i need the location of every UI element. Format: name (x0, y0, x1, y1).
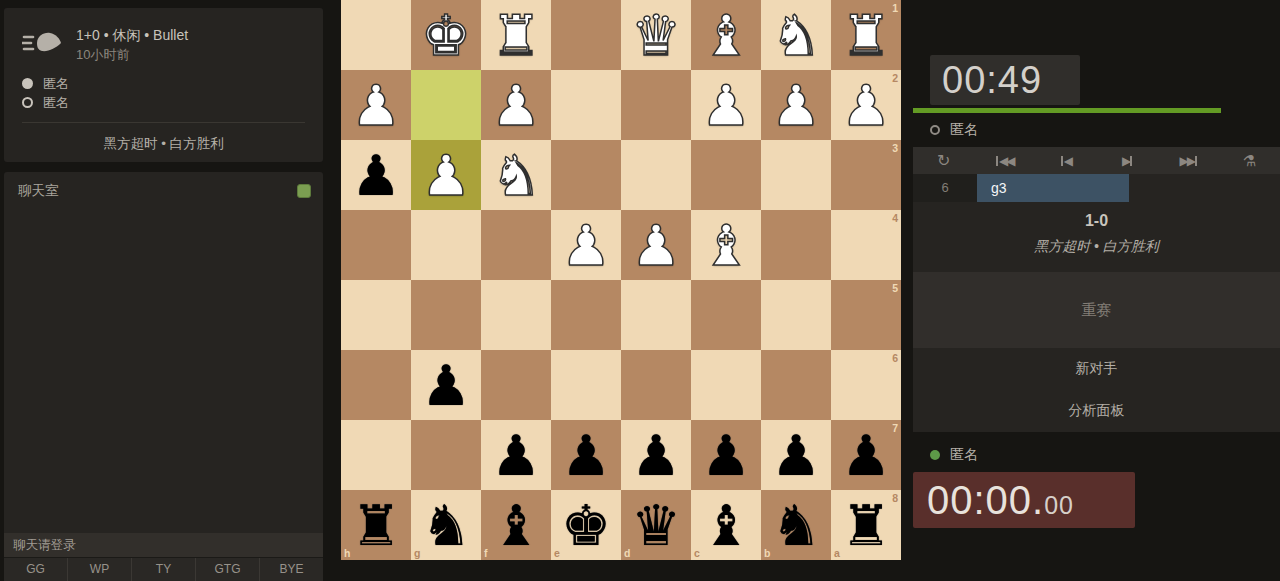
result-block: 1-0 黑方超时 • 白方胜利 (913, 202, 1280, 272)
square-g1[interactable]: ♚ (411, 0, 481, 70)
black-rook: ♜ (341, 490, 411, 560)
online-status-icon (930, 450, 940, 460)
square-f7[interactable]: ♟ (481, 420, 551, 490)
square-b7[interactable]: ♟ (761, 420, 831, 490)
square-e4[interactable]: ♟ (551, 210, 621, 280)
square-e7[interactable]: ♟ (551, 420, 621, 490)
white-rook: ♜ (831, 0, 901, 70)
black-player-name: 匿名 (43, 94, 69, 112)
rank-label-8: 8 (892, 492, 898, 504)
chat-preset-gg[interactable]: GG (4, 558, 68, 581)
chess-board: ♚♜♛♝♞♜1♟♟♟♟♟2♟♟♞3♟♟♝45♟6♟♟♟♟♟♟7♜h♞g♝f♚e♛… (341, 0, 901, 560)
square-b3[interactable] (761, 140, 831, 210)
square-e8[interactable]: ♚e (551, 490, 621, 560)
result-description: 黑方超时 • 白方胜利 (913, 230, 1280, 256)
black-clock: 00:00.00 (913, 472, 1135, 528)
file-label-e: e (554, 547, 560, 559)
white-pawn: ♟ (621, 210, 691, 280)
top-player-name: 匿名 (950, 121, 978, 139)
white-knight: ♞ (761, 0, 831, 70)
white-player-row[interactable]: 匿名 (22, 74, 323, 93)
white-pawn: ♟ (761, 70, 831, 140)
white-color-icon (22, 78, 33, 89)
square-h4[interactable] (341, 210, 411, 280)
black-bishop: ♝ (481, 490, 551, 560)
chat-message-list (4, 206, 323, 533)
chat-toggle[interactable] (297, 184, 311, 198)
chat-preset-bar: GG WP TY GTG BYE (4, 557, 323, 581)
chat-preset-ty[interactable]: TY (132, 558, 196, 581)
white-knight: ♞ (481, 140, 551, 210)
black-pawn: ♟ (831, 420, 901, 490)
offline-status-icon (930, 125, 940, 135)
square-e5[interactable] (551, 280, 621, 350)
game-meta-header: 1+0 • 休闲 • Bullet 10小时前 (4, 8, 323, 64)
chat-preset-wp[interactable]: WP (68, 558, 132, 581)
square-a8[interactable]: ♜8a (831, 490, 901, 560)
white-clock: 00:49 (930, 55, 1080, 105)
square-h6[interactable] (341, 350, 411, 420)
last-move-button[interactable]: ▶▶ (1158, 147, 1219, 174)
black-pawn: ♟ (341, 140, 411, 210)
square-g6[interactable]: ♟ (411, 350, 481, 420)
square-f6[interactable] (481, 350, 551, 420)
square-a5[interactable]: 5 (831, 280, 901, 350)
square-f5[interactable] (481, 280, 551, 350)
square-d8[interactable]: ♛d (621, 490, 691, 560)
prev-move-button[interactable]: ◀ (1035, 147, 1096, 174)
move-list: 6 g3 (913, 174, 1280, 202)
square-g8[interactable]: ♞g (411, 490, 481, 560)
game-time-ago: 10小时前 (76, 45, 188, 64)
black-pawn: ♟ (761, 420, 831, 490)
move-number: 6 (913, 174, 977, 202)
square-b5[interactable] (761, 280, 831, 350)
file-label-a: a (834, 547, 840, 559)
new-opponent-button[interactable]: 新对手 (913, 348, 1280, 390)
white-pawn: ♟ (551, 210, 621, 280)
analysis-board-button[interactable]: 分析面板 (913, 390, 1280, 432)
bullet-icon (22, 28, 62, 58)
square-b2[interactable]: ♟ (761, 70, 831, 140)
square-b1[interactable]: ♞ (761, 0, 831, 70)
followup-actions: 新对手 分析面板 (913, 348, 1280, 432)
time-control-label: 1+0 • 休闲 • Bullet (76, 26, 188, 45)
black-player-row[interactable]: 匿名 (22, 93, 323, 112)
chat-title: 聊天室 (18, 182, 59, 200)
game-meta-panel: 1+0 • 休闲 • Bullet 10小时前 匿名 匿名 黑方超时 • 白方胜… (4, 8, 323, 162)
rank-label-4: 4 (892, 212, 898, 224)
chat-preset-gtg[interactable]: GTG (196, 558, 260, 581)
file-label-g: g (414, 547, 420, 559)
square-a6[interactable]: 6 (831, 350, 901, 420)
chat-preset-bye[interactable]: BYE (260, 558, 323, 581)
chat-login-prompt: 聊天请登录 (4, 533, 323, 557)
square-g2[interactable] (411, 70, 481, 140)
white-pawn: ♟ (691, 70, 761, 140)
white-bishop: ♝ (691, 0, 761, 70)
white-bishop: ♝ (691, 210, 761, 280)
top-player-row[interactable]: 匿名 (913, 117, 1280, 143)
rank-label-1: 1 (892, 2, 898, 14)
black-queen: ♛ (621, 490, 691, 560)
analysis-icon[interactable]: ⚗ (1219, 147, 1280, 174)
square-b8[interactable]: ♞b (761, 490, 831, 560)
rank-label-2: 2 (892, 72, 898, 84)
black-pawn: ♟ (691, 420, 761, 490)
white-player-name: 匿名 (43, 75, 69, 93)
square-g4[interactable] (411, 210, 481, 280)
square-d6[interactable] (621, 350, 691, 420)
next-move-button[interactable]: ▶ (1097, 147, 1158, 174)
game-side-panel: 00:49 匿名 ↻ ◀◀ ◀ ▶ ▶▶ ⚗ 6 g3 1-0 黑方超时 • 白… (913, 0, 1280, 581)
square-a1[interactable]: ♜1 (831, 0, 901, 70)
square-d7[interactable]: ♟ (621, 420, 691, 490)
square-h8[interactable]: ♜h (341, 490, 411, 560)
rematch-button[interactable]: 重赛 (913, 272, 1280, 348)
black-rook: ♜ (831, 490, 901, 560)
square-b6[interactable] (761, 350, 831, 420)
file-label-f: f (484, 547, 488, 559)
black-knight: ♞ (411, 490, 481, 560)
file-label-c: c (694, 547, 700, 559)
flip-board-icon[interactable]: ↻ (913, 147, 974, 174)
file-label-d: d (624, 547, 630, 559)
square-e3[interactable] (551, 140, 621, 210)
white-king: ♚ (411, 0, 481, 70)
square-h2[interactable]: ♟ (341, 70, 411, 140)
square-g5[interactable] (411, 280, 481, 350)
square-e6[interactable] (551, 350, 621, 420)
white-pawn: ♟ (831, 70, 901, 140)
file-label-b: b (764, 547, 770, 559)
square-h3[interactable]: ♟ (341, 140, 411, 210)
black-pawn: ♟ (551, 420, 621, 490)
result-score: 1-0 (913, 202, 1280, 230)
square-h5[interactable] (341, 280, 411, 350)
square-c4[interactable]: ♝ (691, 210, 761, 280)
chat-panel: 聊天室 聊天请登录 GG WP TY GTG BYE (4, 172, 323, 581)
square-f2[interactable]: ♟ (481, 70, 551, 140)
white-queen: ♛ (621, 0, 691, 70)
game-result-text: 黑方超时 • 白方胜利 (4, 123, 323, 153)
square-a7[interactable]: ♟7 (831, 420, 901, 490)
square-g7[interactable] (411, 420, 481, 490)
square-f1[interactable]: ♜ (481, 0, 551, 70)
square-f4[interactable] (481, 210, 551, 280)
square-c6[interactable] (691, 350, 761, 420)
rank-label-7: 7 (892, 422, 898, 434)
square-d4[interactable]: ♟ (621, 210, 691, 280)
first-move-button[interactable]: ◀◀ (974, 147, 1035, 174)
black-pawn: ♟ (621, 420, 691, 490)
square-e2[interactable] (551, 70, 621, 140)
square-a4[interactable]: 4 (831, 210, 901, 280)
time-progress-bar (913, 108, 1280, 113)
black-color-icon (22, 97, 33, 108)
white-pawn: ♟ (481, 70, 551, 140)
square-h7[interactable] (341, 420, 411, 490)
rank-label-3: 3 (892, 142, 898, 154)
black-knight: ♞ (761, 490, 831, 560)
square-c5[interactable] (691, 280, 761, 350)
square-b4[interactable] (761, 210, 831, 280)
square-c7[interactable]: ♟ (691, 420, 761, 490)
square-d5[interactable] (621, 280, 691, 350)
square-d2[interactable] (621, 70, 691, 140)
square-a3[interactable]: 3 (831, 140, 901, 210)
square-c8[interactable]: ♝c (691, 490, 761, 560)
white-rook: ♜ (481, 0, 551, 70)
black-pawn: ♟ (411, 350, 481, 420)
bottom-player-row[interactable]: 匿名 (913, 442, 1280, 468)
black-king: ♚ (551, 490, 621, 560)
square-h1[interactable] (341, 0, 411, 70)
square-d1[interactable]: ♛ (621, 0, 691, 70)
square-g3[interactable]: ♟ (411, 140, 481, 210)
square-f8[interactable]: ♝f (481, 490, 551, 560)
black-bishop: ♝ (691, 490, 761, 560)
rank-label-5: 5 (892, 282, 898, 294)
square-c2[interactable]: ♟ (691, 70, 761, 140)
move-nav-bar: ↻ ◀◀ ◀ ▶ ▶▶ ⚗ (913, 147, 1280, 174)
black-pawn: ♟ (481, 420, 551, 490)
white-pawn: ♟ (411, 140, 481, 210)
game-page: 1+0 • 休闲 • Bullet 10小时前 匿名 匿名 黑方超时 • 白方胜… (0, 0, 1280, 581)
square-a2[interactable]: ♟2 (831, 70, 901, 140)
bottom-player-name: 匿名 (950, 446, 978, 464)
square-f3[interactable]: ♞ (481, 140, 551, 210)
move-list-empty (1129, 174, 1280, 202)
square-d3[interactable] (621, 140, 691, 210)
move-g3-selected[interactable]: g3 (977, 174, 1129, 202)
rank-label-6: 6 (892, 352, 898, 364)
square-e1[interactable] (551, 0, 621, 70)
file-label-h: h (344, 547, 350, 559)
square-c3[interactable] (691, 140, 761, 210)
square-c1[interactable]: ♝ (691, 0, 761, 70)
white-pawn: ♟ (341, 70, 411, 140)
